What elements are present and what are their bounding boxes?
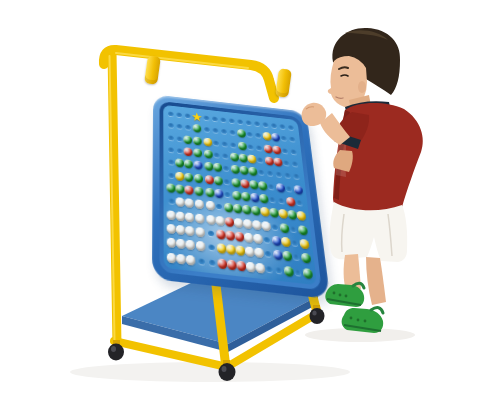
child-shorts	[330, 202, 408, 262]
child-figure	[0, 0, 500, 400]
child-clog-back	[342, 308, 384, 333]
photo-scene: ★	[0, 0, 500, 400]
